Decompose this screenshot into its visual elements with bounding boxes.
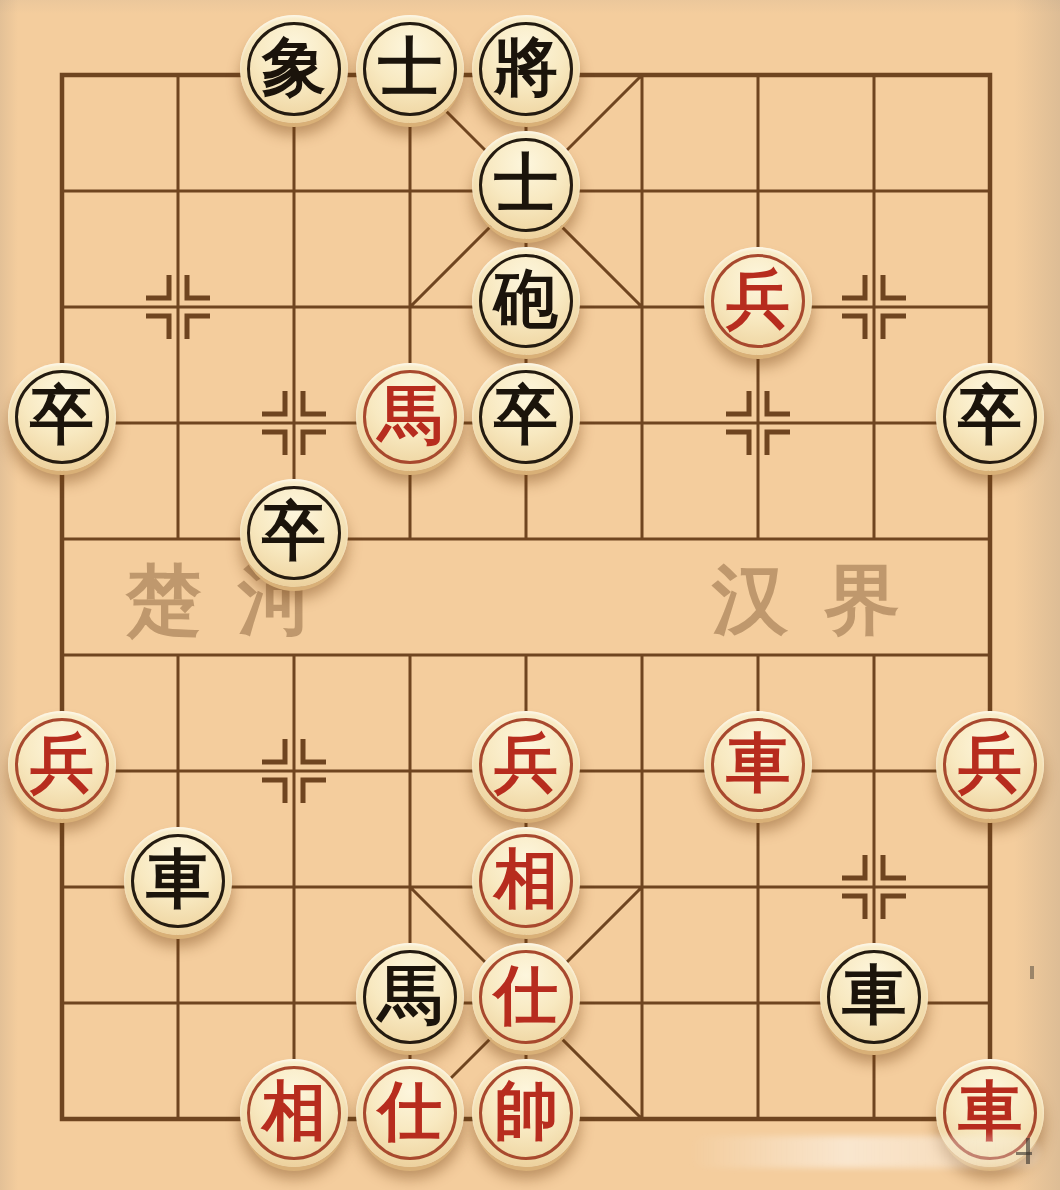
piece-character: 將 [494,35,558,99]
piece-black-soldier[interactable]: 卒 [240,479,348,587]
piece-red-advisor[interactable]: 仕 [356,1059,464,1167]
piece-black-general[interactable]: 將 [472,15,580,123]
piece-red-advisor[interactable]: 仕 [472,943,580,1051]
piece-character: 卒 [958,383,1022,447]
piece-red-soldier[interactable]: 兵 [472,711,580,819]
piece-character: 士 [494,151,558,215]
piece-character: 砲 [494,267,558,331]
piece-character: 兵 [726,267,790,331]
piece-character: 仕 [494,963,558,1027]
piece-black-elephant[interactable]: 象 [240,15,348,123]
piece-black-soldier[interactable]: 卒 [936,363,1044,471]
river-label-right: 汉界 [712,556,936,646]
piece-black-soldier[interactable]: 卒 [472,363,580,471]
xiangqi-board[interactable]: 楚河 汉界 象士將士砲兵卒馬卒卒卒兵兵車兵車相馬仕車相仕帥車 [0,0,1060,1190]
piece-red-elephant[interactable]: 相 [472,827,580,935]
piece-red-soldier[interactable]: 兵 [936,711,1044,819]
piece-red-elephant[interactable]: 相 [240,1059,348,1167]
piece-black-soldier[interactable]: 卒 [8,363,116,471]
piece-character: 卒 [30,383,94,447]
piece-black-advisor[interactable]: 士 [472,131,580,239]
piece-black-chariot[interactable]: 車 [820,943,928,1051]
piece-red-general[interactable]: 帥 [472,1059,580,1167]
piece-character: 車 [958,1079,1022,1143]
piece-character: 車 [726,731,790,795]
piece-black-chariot[interactable]: 車 [124,827,232,935]
piece-character: 仕 [378,1079,442,1143]
piece-character: 馬 [378,963,442,1027]
piece-character: 象 [262,35,326,99]
piece-character: 兵 [30,731,94,795]
piece-character: 馬 [378,383,442,447]
piece-character: 兵 [958,731,1022,795]
piece-character: 車 [146,847,210,911]
piece-red-soldier[interactable]: 兵 [8,711,116,819]
piece-black-advisor[interactable]: 士 [356,15,464,123]
piece-red-horse[interactable]: 馬 [356,363,464,471]
piece-character: 卒 [494,383,558,447]
piece-character: 卒 [262,499,326,563]
piece-red-chariot[interactable]: 車 [704,711,812,819]
piece-black-cannon[interactable]: 砲 [472,247,580,355]
piece-character: 兵 [494,731,558,795]
piece-character: 帥 [494,1079,558,1143]
piece-red-soldier[interactable]: 兵 [704,247,812,355]
piece-red-chariot[interactable]: 車 [936,1059,1044,1167]
piece-character: 相 [262,1079,326,1143]
piece-character: 相 [494,847,558,911]
piece-character: 士 [378,35,442,99]
piece-black-horse[interactable]: 馬 [356,943,464,1051]
piece-character: 車 [842,963,906,1027]
